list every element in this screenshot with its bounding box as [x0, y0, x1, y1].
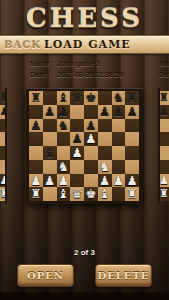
page-indicator: 2 of 3	[0, 248, 169, 257]
sliver-square: ♜	[160, 187, 169, 201]
piece-black-queen: ♛	[70, 91, 84, 105]
save-name-row: Name:John game 2	[30, 58, 123, 69]
square-a2: ♟	[29, 174, 43, 188]
square-d7	[70, 105, 84, 119]
previous-board-sliver[interactable]: ♜♟♟♜	[0, 88, 7, 204]
square-d3	[70, 160, 84, 174]
header-bar: BACK LOAD GAME	[0, 35, 169, 54]
previous-board-frame-edge	[5, 88, 7, 204]
square-e2	[84, 174, 98, 188]
square-g8: ♞	[112, 91, 126, 105]
square-d2	[70, 174, 84, 188]
sliver-square	[160, 160, 169, 174]
square-f3: ♞	[98, 160, 112, 174]
piece-black-pawn: ♟	[160, 105, 169, 119]
sliver-square	[160, 132, 169, 146]
square-a5	[29, 132, 43, 146]
square-c2: ♟	[57, 174, 71, 188]
square-e1: ♚	[84, 187, 98, 201]
square-c3: ♞	[57, 160, 71, 174]
square-a4	[29, 146, 43, 160]
square-a3	[29, 160, 43, 174]
piece-black-pawn: ♟	[43, 105, 57, 119]
square-a6: ♟	[29, 119, 43, 133]
piece-white-rook: ♜	[160, 187, 169, 201]
sliver-square	[0, 160, 5, 174]
sliver-square: ♜	[0, 91, 5, 105]
square-h7: ♟	[125, 105, 139, 119]
square-c4	[57, 146, 71, 160]
square-f6	[98, 119, 112, 133]
piece-black-rook: ♜	[125, 91, 139, 105]
piece-white-pawn: ♟	[57, 174, 71, 188]
square-f7: ♟	[98, 105, 112, 119]
sliver-square	[160, 146, 169, 160]
square-g6	[112, 119, 126, 133]
square-g1	[112, 187, 126, 201]
piece-white-knight: ♞	[98, 160, 112, 174]
square-a7	[29, 105, 43, 119]
sliver-square: ♜	[160, 91, 169, 105]
piece-white-pawn: ♟	[160, 174, 169, 188]
square-g4	[112, 146, 126, 160]
load-game-screen: CHESS BACK LOAD GAME Name:John game 2 Da…	[0, 0, 169, 300]
save-name-value: John game 2	[57, 60, 100, 67]
next-card-date-label: Date:	[159, 69, 169, 80]
square-g7: ♟	[112, 105, 126, 119]
piece-white-rook: ♜	[125, 187, 139, 201]
piece-black-rook: ♜	[160, 91, 169, 105]
square-f4	[98, 146, 112, 160]
piece-white-queen: ♛	[70, 187, 84, 201]
square-b5	[43, 132, 57, 146]
piece-black-knight: ♞	[112, 91, 126, 105]
square-c8: ♝	[57, 91, 71, 105]
square-h1: ♜	[125, 187, 139, 201]
save-date-label: Date:	[30, 69, 57, 80]
square-a1: ♜	[29, 187, 43, 201]
square-e6: ♟	[84, 119, 98, 133]
board-grid: ♜♝♛♚♞♜♟♟♟♟♟♟♞♟♟♟♝♟♞♞♟♟♟♟♟♟♜♝♛♚♝♜	[29, 91, 139, 201]
square-c6: ♞	[57, 119, 71, 133]
sliver-square: ♟	[0, 174, 5, 188]
save-card-meta: Name:John game 2 Date:2017-08-29 22:36:2…	[30, 58, 123, 80]
piece-white-knight: ♞	[57, 160, 71, 174]
piece-white-pawn: ♟	[125, 174, 139, 188]
app-title: CHESS	[0, 3, 169, 33]
save-name-label: Name:	[30, 58, 57, 69]
square-e5: ♟	[84, 132, 98, 146]
piece-white-rook: ♜	[29, 187, 43, 201]
square-e3	[84, 160, 98, 174]
square-g5	[112, 132, 126, 146]
piece-black-pawn: ♟	[84, 119, 98, 133]
piece-white-pawn: ♟	[29, 174, 43, 188]
previous-board-file: ♜♟♟♜	[0, 88, 5, 204]
square-b8	[43, 91, 57, 105]
square-b1	[43, 187, 57, 201]
square-g3	[112, 160, 126, 174]
piece-white-rook: ♜	[0, 187, 5, 201]
piece-black-rook: ♜	[29, 91, 43, 105]
square-c1: ♝	[57, 187, 71, 201]
square-h4	[125, 146, 139, 160]
square-h5	[125, 132, 139, 146]
square-h6	[125, 119, 139, 133]
save-date-value: 2017-08-29 22:36:29	[57, 71, 123, 78]
sliver-square: ♟	[0, 105, 5, 119]
page-title: LOAD GAME	[44, 37, 131, 52]
square-h3	[125, 160, 139, 174]
sliver-square: ♟	[160, 174, 169, 188]
sliver-square	[0, 119, 5, 133]
square-d1: ♛	[70, 187, 84, 201]
piece-black-pawn: ♟	[70, 132, 84, 146]
piece-black-pawn: ♟	[98, 105, 112, 119]
piece-white-pawn: ♟	[112, 174, 126, 188]
piece-black-bishop: ♝	[57, 91, 71, 105]
piece-black-knight: ♞	[57, 119, 71, 133]
square-f2: ♟	[98, 174, 112, 188]
delete-button[interactable]: DELETE	[95, 264, 152, 287]
piece-black-pawn: ♟	[29, 119, 43, 133]
square-d8: ♛	[70, 91, 84, 105]
piece-white-pawn: ♟	[84, 132, 98, 146]
piece-black-pawn: ♟	[57, 105, 71, 119]
square-b2: ♟	[43, 174, 57, 188]
bottom-shadow-strip	[0, 292, 169, 300]
piece-white-pawn: ♟	[70, 146, 84, 160]
next-card-meta-clipped: Name: Date:	[159, 58, 169, 80]
square-b3	[43, 160, 57, 174]
sliver-square	[0, 146, 5, 160]
square-c5	[57, 132, 71, 146]
square-e7	[84, 105, 98, 119]
square-e4	[84, 146, 98, 160]
square-h8: ♜	[125, 91, 139, 105]
next-board-sliver[interactable]: ♜♟♟♜	[158, 88, 169, 204]
square-b6	[43, 119, 57, 133]
piece-white-pawn: ♟	[98, 174, 112, 188]
square-e8: ♚	[84, 91, 98, 105]
piece-white-bishop: ♝	[57, 187, 71, 201]
square-b7: ♟	[43, 105, 57, 119]
piece-black-pawn: ♟	[112, 105, 126, 119]
next-card-name-label: Name:	[159, 58, 169, 69]
piece-black-pawn: ♟	[125, 105, 139, 119]
piece-black-pawn: ♟	[0, 105, 5, 119]
square-c7: ♟	[57, 105, 71, 119]
square-f5	[98, 132, 112, 146]
square-b4: ♝	[43, 146, 57, 160]
square-f1: ♝	[98, 187, 112, 201]
square-a8: ♜	[29, 91, 43, 105]
piece-black-king: ♚	[84, 91, 98, 105]
sliver-square	[160, 119, 169, 133]
next-board-file: ♜♟♟♜	[160, 88, 169, 204]
open-button[interactable]: OPEN	[17, 264, 74, 287]
square-f8	[98, 91, 112, 105]
sliver-square: ♜	[0, 187, 5, 201]
square-d5: ♟	[70, 132, 84, 146]
square-g2: ♟	[112, 174, 126, 188]
back-button[interactable]: BACK	[4, 38, 41, 51]
piece-white-king: ♚	[84, 187, 98, 201]
sliver-square: ♟	[160, 105, 169, 119]
save-date-row: Date:2017-08-29 22:36:29	[30, 69, 123, 80]
board-preview-card[interactable]: ♜♝♛♚♞♜♟♟♟♟♟♟♞♟♟♟♝♟♞♞♟♟♟♟♟♟♜♝♛♚♝♜	[26, 88, 142, 204]
square-h2: ♟	[125, 174, 139, 188]
piece-white-pawn: ♟	[43, 174, 57, 188]
piece-black-rook: ♜	[0, 91, 5, 105]
piece-white-bishop: ♝	[98, 187, 112, 201]
piece-white-pawn: ♟	[0, 174, 5, 188]
square-d6	[70, 119, 84, 133]
sliver-square	[0, 132, 5, 146]
piece-black-bishop: ♝	[43, 146, 57, 160]
square-d4: ♟	[70, 146, 84, 160]
